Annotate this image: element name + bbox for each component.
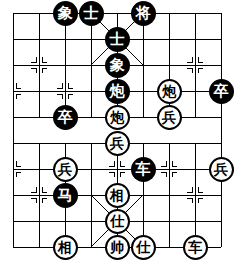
piece-black-elephant[interactable]: 象 [105, 53, 130, 78]
xiangqi-board: 象士将士象炮卒卒车马炮炮兵兵兵兵相仕相帅仕车 [0, 0, 234, 260]
piece-black-elephant[interactable]: 象 [53, 1, 78, 26]
piece-black-cannon[interactable]: 炮 [105, 79, 130, 104]
piece-black-advisor[interactable]: 士 [79, 1, 104, 26]
piece-black-advisor[interactable]: 士 [105, 27, 130, 52]
piece-red-general[interactable]: 帅 [105, 235, 130, 260]
piece-red-elephant[interactable]: 相 [105, 183, 130, 208]
piece-red-soldier[interactable]: 兵 [157, 105, 182, 130]
piece-red-advisor[interactable]: 仕 [105, 209, 130, 234]
piece-red-soldier[interactable]: 兵 [53, 157, 78, 182]
piece-layer: 象士将士象炮卒卒车马炮炮兵兵兵兵相仕相帅仕车 [0, 0, 234, 260]
piece-black-soldier[interactable]: 卒 [53, 105, 78, 130]
piece-black-horse[interactable]: 马 [53, 183, 78, 208]
piece-red-cannon[interactable]: 炮 [157, 79, 182, 104]
piece-red-advisor[interactable]: 仕 [131, 235, 156, 260]
piece-black-soldier[interactable]: 卒 [209, 79, 234, 104]
piece-red-soldier[interactable]: 兵 [209, 157, 234, 182]
piece-black-general[interactable]: 将 [131, 1, 156, 26]
piece-red-elephant[interactable]: 相 [53, 235, 78, 260]
piece-red-soldier[interactable]: 兵 [105, 131, 130, 156]
piece-black-chariot[interactable]: 车 [131, 157, 156, 182]
piece-red-chariot[interactable]: 车 [183, 235, 208, 260]
piece-red-cannon[interactable]: 炮 [105, 105, 130, 130]
